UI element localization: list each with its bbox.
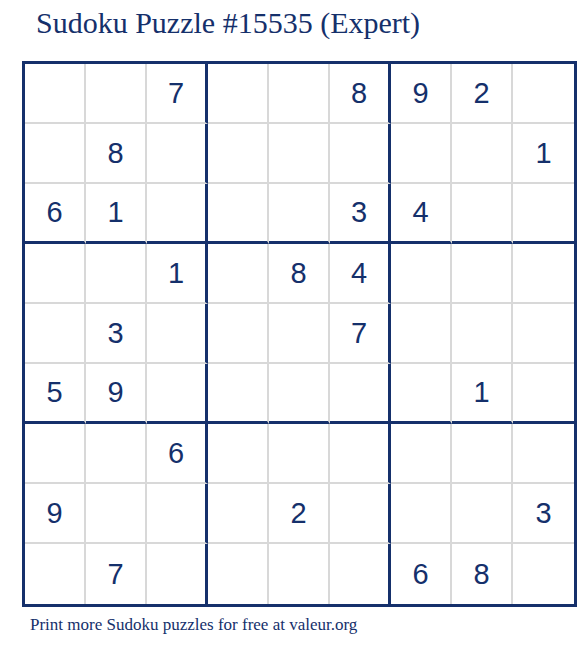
sudoku-board: 7892816134184375916923768 bbox=[22, 61, 577, 607]
sudoku-cell-r1c1[interactable] bbox=[25, 64, 86, 124]
sudoku-cell-r1c2[interactable] bbox=[86, 64, 147, 124]
sudoku-cell-r6c4[interactable] bbox=[208, 364, 269, 424]
sudoku-cell-r4c1[interactable] bbox=[25, 244, 86, 304]
sudoku-cell-r7c9[interactable] bbox=[513, 424, 574, 484]
sudoku-cell-r4c2[interactable] bbox=[86, 244, 147, 304]
sudoku-cell-r1c8[interactable]: 2 bbox=[452, 64, 513, 124]
sudoku-cell-r8c5[interactable]: 2 bbox=[269, 484, 330, 544]
sudoku-cell-r4c9[interactable] bbox=[513, 244, 574, 304]
sudoku-cell-r8c9[interactable]: 3 bbox=[513, 484, 574, 544]
sudoku-cell-r6c8[interactable]: 1 bbox=[452, 364, 513, 424]
sudoku-cell-r6c9[interactable] bbox=[513, 364, 574, 424]
sudoku-cell-r8c6[interactable] bbox=[330, 484, 391, 544]
sudoku-cell-r5c4[interactable] bbox=[208, 304, 269, 364]
sudoku-cell-r9c4[interactable] bbox=[208, 544, 269, 604]
sudoku-cell-r6c2[interactable]: 9 bbox=[86, 364, 147, 424]
sudoku-cell-r8c4[interactable] bbox=[208, 484, 269, 544]
sudoku-cell-r6c5[interactable] bbox=[269, 364, 330, 424]
sudoku-cell-r4c5[interactable]: 8 bbox=[269, 244, 330, 304]
sudoku-cell-r9c1[interactable] bbox=[25, 544, 86, 604]
sudoku-cell-r5c3[interactable] bbox=[147, 304, 208, 364]
sudoku-cell-r5c5[interactable] bbox=[269, 304, 330, 364]
sudoku-cell-r7c4[interactable] bbox=[208, 424, 269, 484]
sudoku-cell-r3c4[interactable] bbox=[208, 184, 269, 244]
sudoku-cell-r1c5[interactable] bbox=[269, 64, 330, 124]
sudoku-cell-r2c8[interactable] bbox=[452, 124, 513, 184]
sudoku-cell-r5c7[interactable] bbox=[391, 304, 452, 364]
sudoku-cell-r9c7[interactable]: 6 bbox=[391, 544, 452, 604]
sudoku-cell-r4c7[interactable] bbox=[391, 244, 452, 304]
sudoku-cell-r1c4[interactable] bbox=[208, 64, 269, 124]
sudoku-cell-r4c4[interactable] bbox=[208, 244, 269, 304]
sudoku-cell-r9c5[interactable] bbox=[269, 544, 330, 604]
sudoku-cell-r6c1[interactable]: 5 bbox=[25, 364, 86, 424]
sudoku-cell-r3c5[interactable] bbox=[269, 184, 330, 244]
sudoku-cell-r6c7[interactable] bbox=[391, 364, 452, 424]
sudoku-cell-r7c7[interactable] bbox=[391, 424, 452, 484]
sudoku-cell-r1c9[interactable] bbox=[513, 64, 574, 124]
sudoku-cell-r7c1[interactable] bbox=[25, 424, 86, 484]
sudoku-cell-r3c1[interactable]: 6 bbox=[25, 184, 86, 244]
sudoku-cell-r2c3[interactable] bbox=[147, 124, 208, 184]
sudoku-cell-r1c7[interactable]: 9 bbox=[391, 64, 452, 124]
sudoku-cell-r4c6[interactable]: 4 bbox=[330, 244, 391, 304]
sudoku-cell-r3c3[interactable] bbox=[147, 184, 208, 244]
page-title: Sudoku Puzzle #15535 (Expert) bbox=[36, 6, 420, 40]
sudoku-cell-r2c6[interactable] bbox=[330, 124, 391, 184]
sudoku-cell-r5c6[interactable]: 7 bbox=[330, 304, 391, 364]
sudoku-cell-r3c2[interactable]: 1 bbox=[86, 184, 147, 244]
sudoku-cell-r3c9[interactable] bbox=[513, 184, 574, 244]
sudoku-cell-r2c9[interactable]: 1 bbox=[513, 124, 574, 184]
sudoku-cell-r5c9[interactable] bbox=[513, 304, 574, 364]
sudoku-cell-r7c2[interactable] bbox=[86, 424, 147, 484]
sudoku-cell-r2c7[interactable] bbox=[391, 124, 452, 184]
sudoku-cell-r1c6[interactable]: 8 bbox=[330, 64, 391, 124]
sudoku-cell-r8c1[interactable]: 9 bbox=[25, 484, 86, 544]
footer-note: Print more Sudoku puzzles for free at va… bbox=[30, 615, 357, 635]
sudoku-cell-r9c2[interactable]: 7 bbox=[86, 544, 147, 604]
sudoku-cell-r2c1[interactable] bbox=[25, 124, 86, 184]
sudoku-cell-r8c2[interactable] bbox=[86, 484, 147, 544]
sudoku-cell-r9c3[interactable] bbox=[147, 544, 208, 604]
sudoku-cell-r4c3[interactable]: 1 bbox=[147, 244, 208, 304]
sudoku-cell-r8c7[interactable] bbox=[391, 484, 452, 544]
sudoku-cell-r2c5[interactable] bbox=[269, 124, 330, 184]
sudoku-cell-r5c1[interactable] bbox=[25, 304, 86, 364]
sudoku-cell-r3c6[interactable]: 3 bbox=[330, 184, 391, 244]
sudoku-cell-r5c8[interactable] bbox=[452, 304, 513, 364]
sudoku-cell-r9c6[interactable] bbox=[330, 544, 391, 604]
sudoku-cell-r7c5[interactable] bbox=[269, 424, 330, 484]
sudoku-cell-r2c2[interactable]: 8 bbox=[86, 124, 147, 184]
sudoku-cell-r7c3[interactable]: 6 bbox=[147, 424, 208, 484]
sudoku-cell-r8c8[interactable] bbox=[452, 484, 513, 544]
sudoku-cell-r9c9[interactable] bbox=[513, 544, 574, 604]
sudoku-cell-r3c7[interactable]: 4 bbox=[391, 184, 452, 244]
sudoku-cell-r5c2[interactable]: 3 bbox=[86, 304, 147, 364]
sudoku-cell-r6c3[interactable] bbox=[147, 364, 208, 424]
sudoku-cell-r8c3[interactable] bbox=[147, 484, 208, 544]
sudoku-cell-r7c6[interactable] bbox=[330, 424, 391, 484]
sudoku-cell-r3c8[interactable] bbox=[452, 184, 513, 244]
sudoku-cell-r4c8[interactable] bbox=[452, 244, 513, 304]
sudoku-cell-r9c8[interactable]: 8 bbox=[452, 544, 513, 604]
sudoku-cell-r2c4[interactable] bbox=[208, 124, 269, 184]
sudoku-cell-r7c8[interactable] bbox=[452, 424, 513, 484]
sudoku-cell-r1c3[interactable]: 7 bbox=[147, 64, 208, 124]
sudoku-cell-r6c6[interactable] bbox=[330, 364, 391, 424]
